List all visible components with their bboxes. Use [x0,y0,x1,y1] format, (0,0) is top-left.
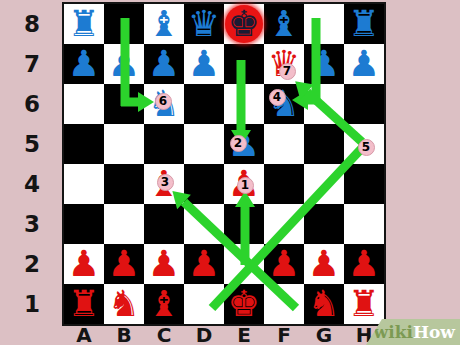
square-g4 [304,164,344,204]
square-e2 [224,244,264,284]
blue-pawn-c7: ♟ [144,44,184,84]
square-d4 [184,164,224,204]
file-label-f: F [264,325,304,345]
square-b3 [104,204,144,244]
move-badge-7: 7 [279,63,296,80]
square-f3 [264,204,304,244]
rank-label-8: 8 [14,4,50,44]
chess-lesson-image: 87654321 ♜♝♛♚♝♜♟♟♟♟♛♟♟♞♞♟♝♟♟♟♟♟♟♟♟♜♞♝♚♞♜… [0,0,460,345]
square-b8 [104,4,144,44]
square-g7: ♟ [304,44,344,84]
blue-king-e8: ♚ [224,4,264,44]
file-label-b: B [104,325,144,345]
square-d6 [184,84,224,124]
rank-label-5: 5 [14,124,50,164]
square-g1: ♞ [304,284,344,324]
square-e1: ♚ [224,284,264,324]
rank-labels: 87654321 [14,4,50,324]
square-a4 [64,164,104,204]
square-b4 [104,164,144,204]
blue-rook-h8: ♜ [344,4,384,44]
blue-queen-d8: ♛ [184,4,224,44]
red-pawn-a2: ♟ [64,244,104,284]
square-a6 [64,84,104,124]
square-c3 [144,204,184,244]
watermark-how-text: How [413,322,455,342]
blue-rook-a8: ♜ [64,4,104,44]
red-pawn-g2: ♟ [304,244,344,284]
square-a7: ♟ [64,44,104,84]
square-a3 [64,204,104,244]
move-badge-1: 1 [237,177,254,194]
square-a2: ♟ [64,244,104,284]
square-h1: ♜ [344,284,384,324]
watermark-wiki-text: wiki [374,322,413,342]
red-pawn-f2: ♟ [264,244,304,284]
rank-label-1: 1 [14,284,50,324]
square-d5 [184,124,224,164]
square-d3 [184,204,224,244]
square-b1: ♞ [104,284,144,324]
square-a5 [64,124,104,164]
rank-label-4: 4 [14,164,50,204]
square-d7: ♟ [184,44,224,84]
file-label-d: D [184,325,224,345]
square-c2: ♟ [144,244,184,284]
blue-pawn-h7: ♟ [344,44,384,84]
move-badge-5: 5 [358,139,375,156]
square-b2: ♟ [104,244,144,284]
file-label-a: A [64,325,104,345]
blue-knight-f6: ♞ [264,84,304,124]
red-bishop-c1: ♝ [144,284,184,324]
rank-label-2: 2 [14,244,50,284]
red-knight-g1: ♞ [304,284,344,324]
square-f6: ♞ [264,84,304,124]
square-g2: ♟ [304,244,344,284]
square-h8: ♜ [344,4,384,44]
square-g8 [304,4,344,44]
square-h3 [344,204,384,244]
square-f5 [264,124,304,164]
rank-label-7: 7 [14,44,50,84]
red-pawn-b2: ♟ [104,244,144,284]
file-labels: ABCDEFGH [64,325,384,345]
square-c5 [144,124,184,164]
move-badge-2: 2 [230,135,247,152]
red-rook-h1: ♜ [344,284,384,324]
square-f8: ♝ [264,4,304,44]
square-e8: ♚ [224,4,264,44]
blue-pawn-b7: ♟ [104,44,144,84]
blue-pawn-d7: ♟ [184,44,224,84]
red-pawn-c2: ♟ [144,244,184,284]
square-e7 [224,44,264,84]
move-badge-4: 4 [269,89,286,106]
square-b6 [104,84,144,124]
blue-bishop-c8: ♝ [144,4,184,44]
square-d1 [184,284,224,324]
square-d8: ♛ [184,4,224,44]
square-e3 [224,204,264,244]
square-h4 [344,164,384,204]
chess-board: ♜♝♛♚♝♜♟♟♟♟♛♟♟♞♞♟♝♟♟♟♟♟♟♟♟♜♞♝♚♞♜ [62,2,386,326]
square-e6 [224,84,264,124]
move-badge-6: 6 [155,93,172,110]
square-f1 [264,284,304,324]
red-king-e1: ♚ [224,284,264,324]
wikihow-watermark: wikiHow [366,319,460,345]
square-f4 [264,164,304,204]
red-pawn-h2: ♟ [344,244,384,284]
square-c7: ♟ [144,44,184,84]
square-b5 [104,124,144,164]
square-f2: ♟ [264,244,304,284]
blue-bishop-f8: ♝ [264,4,304,44]
red-pawn-d2: ♟ [184,244,224,284]
square-g5 [304,124,344,164]
square-c1: ♝ [144,284,184,324]
square-b7: ♟ [104,44,144,84]
square-h2: ♟ [344,244,384,284]
rank-label-3: 3 [14,204,50,244]
file-label-g: G [304,325,344,345]
blue-pawn-a7: ♟ [64,44,104,84]
file-label-e: E [224,325,264,345]
move-badge-3: 3 [157,174,174,191]
square-g6 [304,84,344,124]
square-h7: ♟ [344,44,384,84]
square-g3 [304,204,344,244]
red-knight-b1: ♞ [104,284,144,324]
square-h6 [344,84,384,124]
square-a8: ♜ [64,4,104,44]
square-c8: ♝ [144,4,184,44]
rank-label-6: 6 [14,84,50,124]
square-a1: ♜ [64,284,104,324]
square-d2: ♟ [184,244,224,284]
blue-pawn-g7: ♟ [304,44,344,84]
file-label-c: C [144,325,184,345]
red-rook-a1: ♜ [64,284,104,324]
